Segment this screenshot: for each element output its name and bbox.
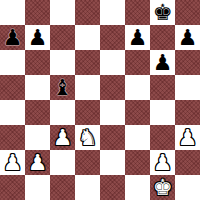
square-b7[interactable]: ♟ xyxy=(25,25,50,50)
square-b4[interactable] xyxy=(25,100,50,125)
white-knight[interactable]: ♞ xyxy=(75,125,100,150)
square-h8[interactable] xyxy=(175,0,200,25)
square-b6[interactable] xyxy=(25,50,50,75)
square-c4[interactable] xyxy=(50,100,75,125)
square-f6[interactable] xyxy=(125,50,150,75)
square-e4[interactable] xyxy=(100,100,125,125)
square-h1[interactable] xyxy=(175,175,200,200)
square-g1[interactable]: ♚ xyxy=(150,175,175,200)
square-e5[interactable] xyxy=(100,75,125,100)
square-e7[interactable] xyxy=(100,25,125,50)
square-a6[interactable] xyxy=(0,50,25,75)
square-b8[interactable] xyxy=(25,0,50,25)
square-a4[interactable] xyxy=(0,100,25,125)
square-f4[interactable] xyxy=(125,100,150,125)
black-king[interactable]: ♚ xyxy=(150,0,175,25)
square-d4[interactable] xyxy=(75,100,100,125)
square-a2[interactable]: ♟ xyxy=(0,150,25,175)
square-d1[interactable] xyxy=(75,175,100,200)
square-b1[interactable] xyxy=(25,175,50,200)
square-d3[interactable]: ♞ xyxy=(75,125,100,150)
square-e3[interactable] xyxy=(100,125,125,150)
square-f7[interactable]: ♟ xyxy=(125,25,150,50)
black-pawn[interactable]: ♟ xyxy=(0,25,25,50)
square-d6[interactable] xyxy=(75,50,100,75)
square-g6[interactable]: ♟ xyxy=(150,50,175,75)
square-h3[interactable]: ♟ xyxy=(175,125,200,150)
square-f5[interactable] xyxy=(125,75,150,100)
square-d7[interactable] xyxy=(75,25,100,50)
square-e8[interactable] xyxy=(100,0,125,25)
square-f1[interactable] xyxy=(125,175,150,200)
square-g7[interactable] xyxy=(150,25,175,50)
square-b5[interactable] xyxy=(25,75,50,100)
square-e6[interactable] xyxy=(100,50,125,75)
square-d5[interactable] xyxy=(75,75,100,100)
square-d2[interactable] xyxy=(75,150,100,175)
square-d8[interactable] xyxy=(75,0,100,25)
black-pawn[interactable]: ♟ xyxy=(125,25,150,50)
black-bishop[interactable]: ♝ xyxy=(50,75,75,100)
square-a8[interactable] xyxy=(0,0,25,25)
square-h6[interactable] xyxy=(175,50,200,75)
black-pawn[interactable]: ♟ xyxy=(150,50,175,75)
square-f8[interactable] xyxy=(125,0,150,25)
square-c6[interactable] xyxy=(50,50,75,75)
square-g4[interactable] xyxy=(150,100,175,125)
white-pawn[interactable]: ♟ xyxy=(175,125,200,150)
square-b2[interactable]: ♟ xyxy=(25,150,50,175)
square-e1[interactable] xyxy=(100,175,125,200)
square-h2[interactable] xyxy=(175,150,200,175)
black-pawn[interactable]: ♟ xyxy=(175,25,200,50)
white-pawn[interactable]: ♟ xyxy=(150,150,175,175)
square-c8[interactable] xyxy=(50,0,75,25)
square-b3[interactable] xyxy=(25,125,50,150)
square-g3[interactable] xyxy=(150,125,175,150)
white-pawn[interactable]: ♟ xyxy=(25,150,50,175)
square-g5[interactable] xyxy=(150,75,175,100)
square-a5[interactable] xyxy=(0,75,25,100)
square-a7[interactable]: ♟ xyxy=(0,25,25,50)
square-h4[interactable] xyxy=(175,100,200,125)
square-e2[interactable] xyxy=(100,150,125,175)
square-c2[interactable] xyxy=(50,150,75,175)
white-king[interactable]: ♚ xyxy=(150,175,175,200)
chess-board: ♚♟♟♟♟♟♝♟♞♟♟♟♟♚ xyxy=(0,0,200,200)
square-h7[interactable]: ♟ xyxy=(175,25,200,50)
square-c1[interactable] xyxy=(50,175,75,200)
white-pawn[interactable]: ♟ xyxy=(50,125,75,150)
square-c5[interactable]: ♝ xyxy=(50,75,75,100)
square-c7[interactable] xyxy=(50,25,75,50)
square-g8[interactable]: ♚ xyxy=(150,0,175,25)
square-g2[interactable]: ♟ xyxy=(150,150,175,175)
black-pawn[interactable]: ♟ xyxy=(25,25,50,50)
square-h5[interactable] xyxy=(175,75,200,100)
white-pawn[interactable]: ♟ xyxy=(0,150,25,175)
square-f2[interactable] xyxy=(125,150,150,175)
square-f3[interactable] xyxy=(125,125,150,150)
square-c3[interactable]: ♟ xyxy=(50,125,75,150)
square-a3[interactable] xyxy=(0,125,25,150)
square-a1[interactable] xyxy=(0,175,25,200)
